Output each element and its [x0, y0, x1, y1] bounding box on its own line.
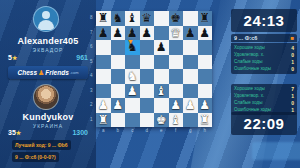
bottom-player-stars: 35	[8, 129, 16, 136]
logo-suffix: .com	[70, 70, 79, 75]
piece-white-f7[interactable]: ♛	[169, 26, 184, 41]
top-player-clock: 24:13	[231, 9, 297, 32]
square-h4[interactable]	[198, 69, 213, 84]
top-player-rating: 961	[76, 54, 88, 61]
person-icon	[38, 20, 54, 30]
square-g4[interactable]	[183, 69, 198, 84]
piece-white-b2[interactable]: ♟	[111, 98, 126, 113]
square-d1[interactable]	[140, 113, 155, 128]
piece-black-a7[interactable]: ♟	[96, 26, 111, 41]
top-player-move-stats: Хорошие ходы4 Удовлетвор. х.0 Слабые ход…	[231, 43, 297, 74]
piece-white-h1[interactable]: ♜	[198, 113, 213, 128]
square-e3[interactable]: ♝	[154, 84, 169, 99]
square-a5[interactable]	[96, 55, 111, 70]
logo-text: Friends	[45, 69, 68, 76]
piece-black-c8[interactable]: ♝	[125, 11, 140, 26]
square-d7[interactable]: ♟	[140, 26, 155, 41]
square-b7[interactable]: ♟	[111, 26, 126, 41]
square-c6[interactable]: ♞▼	[125, 40, 140, 55]
square-e6[interactable]: ♟	[154, 40, 169, 55]
square-d8[interactable]: ♛	[140, 11, 155, 26]
square-e1[interactable]: ♚	[154, 113, 169, 128]
square-d6[interactable]	[140, 40, 155, 55]
top-player-avatar[interactable]	[33, 6, 59, 32]
piece-black-g7[interactable]: ♟	[183, 26, 198, 41]
piece-black-d8[interactable]: ♛	[140, 11, 155, 26]
bottom-player-rating: 1300	[72, 129, 88, 136]
square-a7[interactable]: ♟	[96, 26, 111, 41]
square-f6[interactable]	[169, 40, 184, 55]
square-f2[interactable]: ♟	[169, 98, 184, 113]
piece-white-a2[interactable]: ♟	[96, 98, 111, 113]
square-g1[interactable]	[183, 113, 198, 128]
square-b2[interactable]: ♟	[111, 98, 126, 113]
square-d3[interactable]	[140, 84, 155, 99]
square-e2[interactable]	[154, 98, 169, 113]
bottom-player-clock: 22:09	[231, 112, 297, 135]
piece-black-e6[interactable]: ♟	[154, 40, 169, 55]
annotated-move-text: 9 ... Ф:с6	[234, 35, 257, 41]
square-d4[interactable]	[140, 69, 155, 84]
analysis-panel: 24:13 9 ... Ф:с6 ■ Хорошие ходы4 Удовлет…	[231, 0, 300, 168]
stat-row: Ошибочные ходы0	[234, 65, 294, 72]
square-a8[interactable]: ♜	[96, 11, 111, 26]
square-f3[interactable]	[169, 84, 184, 99]
stat-row: Хорошие ходы4	[234, 44, 294, 51]
person-icon	[42, 11, 50, 19]
square-h7[interactable]: ♟	[198, 26, 213, 41]
square-b1[interactable]	[111, 113, 126, 128]
piece-white-c4[interactable]: ♞	[125, 69, 140, 84]
move-quality-marker-icon: ■	[290, 35, 294, 41]
piece-white-a1[interactable]: ♜	[96, 113, 111, 128]
square-e5[interactable]	[154, 55, 169, 70]
piece-white-g2[interactable]: ♟	[183, 98, 198, 113]
top-player-name[interactable]: Alexander405	[0, 36, 96, 46]
square-c5[interactable]	[125, 55, 140, 70]
square-h1[interactable]: ♜	[198, 113, 213, 128]
file-labels: abcdefgh	[96, 128, 212, 133]
piece-black-h7[interactable]: ♟	[198, 26, 213, 41]
square-g6[interactable]	[183, 40, 198, 55]
played-move-annotation: 9 ... Ф:с6 (0-0-0?)	[12, 152, 59, 162]
piece-white-e1[interactable]: ♚	[154, 113, 169, 128]
app-screen: Alexander405 ЭКВАДОР 5★ 961 Chess ♟ Frie…	[0, 0, 300, 168]
piece-black-b8[interactable]: ♞	[111, 11, 126, 26]
square-d5[interactable]	[140, 55, 155, 70]
square-f4[interactable]	[169, 69, 184, 84]
square-g2[interactable]: ♟	[183, 98, 198, 113]
square-e8[interactable]	[154, 11, 169, 26]
square-c8[interactable]: ♝	[125, 11, 140, 26]
piece-white-h2[interactable]: ♟	[198, 98, 213, 113]
square-b4[interactable]	[111, 69, 126, 84]
top-player-ratings: 5★ 961	[8, 54, 88, 61]
bottom-player-name[interactable]: Kundyukov	[0, 112, 96, 122]
square-b6[interactable]	[111, 40, 126, 55]
piece-white-f2[interactable]: ♟	[169, 98, 184, 113]
stat-row: Удовлетвор. х.0	[234, 51, 294, 58]
rank-labels: 87654321	[90, 11, 93, 127]
square-c3[interactable]: ♟	[125, 84, 140, 99]
chess-board[interactable]: ♜♞♝♛♚♜♟♟♟♟♛♟♟♞▼♟♞♟♝♟♟♟♟♟♜♚♝♜	[96, 11, 212, 127]
piece-black-a8[interactable]: ♜	[96, 11, 111, 26]
piece-white-e3[interactable]: ♝	[154, 84, 169, 99]
bottom-player-move-stats: Хорошие ходы7 Удовлетвор. х.1 Слабые ход…	[231, 84, 297, 115]
players-sidebar: Alexander405 ЭКВАДОР 5★ 961 Chess ♟ Frie…	[0, 0, 96, 168]
square-e7[interactable]	[154, 26, 169, 41]
bottom-player-avatar[interactable]	[33, 84, 59, 110]
square-b5[interactable]	[111, 55, 126, 70]
square-e4[interactable]	[154, 69, 169, 84]
square-h3[interactable]	[198, 84, 213, 99]
square-a4[interactable]	[96, 69, 111, 84]
best-move-annotation: Лучший ход: 9 ... Фb6	[12, 140, 71, 150]
piece-black-d7[interactable]: ♟	[140, 26, 155, 41]
square-a2[interactable]: ♟	[96, 98, 111, 113]
stat-row: Удовлетвор. х.1	[234, 92, 294, 99]
bottom-player-ratings: 35★ 1300	[8, 129, 88, 136]
piece-white-c3[interactable]: ♟	[125, 84, 140, 99]
star-icon: ★	[16, 130, 21, 136]
star-icon: ★	[12, 55, 17, 61]
pawn-icon: ♟	[38, 69, 44, 77]
square-h6[interactable]	[198, 40, 213, 55]
square-f5[interactable]	[169, 55, 184, 70]
square-h2[interactable]: ♟	[198, 98, 213, 113]
blunder-arrow-icon: ▼	[127, 38, 134, 45]
piece-white-f1[interactable]: ♝	[169, 113, 184, 128]
square-d2[interactable]	[140, 98, 155, 113]
stat-row: Хорошие ходы7	[234, 85, 294, 92]
square-h8[interactable]: ♜	[198, 11, 213, 26]
square-a6[interactable]	[96, 40, 111, 55]
square-g8[interactable]	[183, 11, 198, 26]
square-f7[interactable]: ♛	[169, 26, 184, 41]
stat-row: Слабые ходы0	[234, 99, 294, 106]
piece-black-b7[interactable]: ♟	[111, 26, 126, 41]
chess4friends-logo[interactable]: Chess ♟ Friends .com	[8, 66, 88, 79]
square-g7[interactable]: ♟	[183, 26, 198, 41]
square-b8[interactable]: ♞	[111, 11, 126, 26]
piece-black-h8[interactable]: ♜	[198, 11, 213, 26]
annotated-move-header: 9 ... Ф:с6 ■	[231, 34, 297, 42]
logo-text: Chess	[18, 69, 38, 76]
square-f8[interactable]: ♚	[169, 11, 184, 26]
chess-board-area: ♜♞♝♛♚♜♟♟♟♟♛♟♟♞▼♟♞♟♝♟♟♟♟♟♜♚♝♜ 87654321 ab…	[96, 11, 212, 127]
square-f1[interactable]: ♝	[169, 113, 184, 128]
piece-black-f8[interactable]: ♚	[169, 11, 184, 26]
square-c1[interactable]	[125, 113, 140, 128]
square-c4[interactable]: ♞	[125, 69, 140, 84]
square-a1[interactable]: ♜	[96, 113, 111, 128]
top-player-country: ЭКВАДОР	[0, 47, 96, 53]
square-g3[interactable]	[183, 84, 198, 99]
square-a3[interactable]	[96, 84, 111, 99]
square-h5[interactable]	[198, 55, 213, 70]
square-c2[interactable]	[125, 98, 140, 113]
square-g5[interactable]	[183, 55, 198, 70]
stat-row: Слабые ходы1	[234, 58, 294, 65]
square-b3[interactable]	[111, 84, 126, 99]
